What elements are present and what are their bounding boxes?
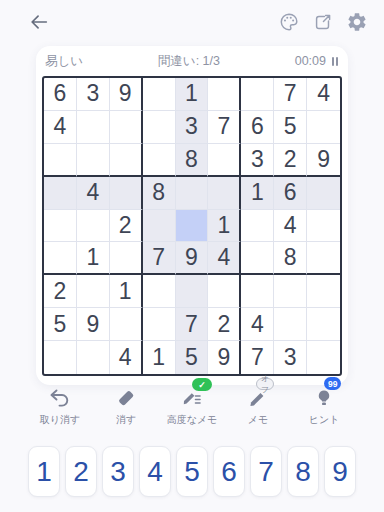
cell-r7c3[interactable]: 1 <box>110 275 143 308</box>
cell-r3c7[interactable]: 3 <box>241 144 274 177</box>
cell-r8c1[interactable]: 5 <box>44 308 77 341</box>
cell-r1c9[interactable]: 4 <box>307 78 340 111</box>
top-right-icons <box>278 11 368 33</box>
cell-r8c7[interactable]: 4 <box>241 308 274 341</box>
numpad-2-button[interactable]: 2 <box>65 446 97 497</box>
cell-r5c3[interactable]: 2 <box>110 210 143 243</box>
timer: 00:09 <box>295 54 326 68</box>
cell-r9c3[interactable]: 4 <box>110 341 143 374</box>
cell-r2c7[interactable]: 6 <box>241 111 274 144</box>
palette-icon[interactable] <box>278 11 300 33</box>
numpad-1-button[interactable]: 1 <box>28 446 60 497</box>
cell-r3c2[interactable] <box>77 144 110 177</box>
back-arrow-icon[interactable] <box>28 11 50 33</box>
cell-r7c4[interactable] <box>143 275 176 308</box>
erase-label: 消す <box>116 413 136 427</box>
notes-button[interactable]: オフ メモ <box>226 386 290 427</box>
notes-off-badge: オフ <box>256 378 274 390</box>
difficulty-label: 易しい <box>45 53 83 70</box>
cell-r2c6[interactable]: 7 <box>208 111 241 144</box>
cell-r2c1[interactable]: 4 <box>44 111 77 144</box>
numpad-8-button[interactable]: 8 <box>287 446 319 497</box>
cell-r2c2[interactable] <box>77 111 110 144</box>
cell-r5c4[interactable] <box>143 210 176 243</box>
advanced-notes-button[interactable]: ✓ 高度なメモ <box>160 386 224 427</box>
cell-r5c8[interactable]: 4 <box>274 210 307 243</box>
notes-label: メモ <box>248 413 268 427</box>
cell-r1c3[interactable]: 9 <box>110 78 143 111</box>
cell-r6c8[interactable]: 8 <box>274 242 307 275</box>
advanced-notes-label: 高度なメモ <box>167 413 218 427</box>
cell-r9c2[interactable] <box>77 341 110 374</box>
top-bar <box>0 0 384 46</box>
cell-r7c9[interactable] <box>307 275 340 308</box>
mistakes-counter: 間違い: 1/3 <box>158 53 220 70</box>
cell-r8c8[interactable] <box>274 308 307 341</box>
advanced-notes-on-badge: ✓ <box>192 378 212 391</box>
cell-r9c1[interactable] <box>44 341 77 374</box>
cell-r5c7[interactable] <box>241 210 274 243</box>
cell-r5c9[interactable] <box>307 210 340 243</box>
cell-r3c5[interactable]: 8 <box>176 144 209 177</box>
cell-r5c1[interactable] <box>44 210 77 243</box>
cell-r4c8[interactable]: 6 <box>274 177 307 210</box>
settings-gear-icon[interactable] <box>346 11 368 33</box>
cell-r1c4[interactable] <box>143 78 176 111</box>
cell-r5c6[interactable]: 1 <box>208 210 241 243</box>
undo-button[interactable]: 取り消す <box>28 386 92 427</box>
cell-r5c5[interactable] <box>176 210 209 243</box>
cell-r4c9[interactable] <box>307 177 340 210</box>
cell-r9c7[interactable]: 7 <box>241 341 274 374</box>
cell-r9c8[interactable]: 3 <box>274 341 307 374</box>
cell-r1c2[interactable]: 3 <box>77 78 110 111</box>
cell-r6c7[interactable] <box>241 242 274 275</box>
toolbar: 取り消す 消す ✓ 高度なメモ オフ メモ <box>28 386 356 427</box>
number-pad: 123456789 <box>0 446 384 497</box>
cell-r1c6[interactable] <box>208 78 241 111</box>
cell-r7c5[interactable] <box>176 275 209 308</box>
cell-r1c1[interactable]: 6 <box>44 78 77 111</box>
cell-r6c2[interactable]: 1 <box>77 242 110 275</box>
cell-r6c4[interactable]: 7 <box>143 242 176 275</box>
hint-label: ヒント <box>309 413 340 427</box>
cell-r3c3[interactable] <box>110 144 143 177</box>
cell-r1c5[interactable]: 1 <box>176 78 209 111</box>
cell-r6c5[interactable]: 9 <box>176 242 209 275</box>
numpad-9-button[interactable]: 9 <box>324 446 356 497</box>
cell-r2c3[interactable] <box>110 111 143 144</box>
cell-r7c1[interactable]: 2 <box>44 275 77 308</box>
sudoku-grid: 6391744376583294816214179482159724415973 <box>42 76 342 376</box>
cell-r4c3[interactable] <box>110 177 143 210</box>
cell-r9c5[interactable]: 5 <box>176 341 209 374</box>
cell-r1c7[interactable] <box>241 78 274 111</box>
cell-r9c4[interactable]: 1 <box>143 341 176 374</box>
erase-button[interactable]: 消す <box>94 386 158 427</box>
cell-r7c2[interactable] <box>77 275 110 308</box>
cell-r3c9[interactable]: 9 <box>307 144 340 177</box>
cell-r3c1[interactable] <box>44 144 77 177</box>
cell-r8c9[interactable] <box>307 308 340 341</box>
cell-r4c7[interactable]: 1 <box>241 177 274 210</box>
undo-label: 取り消す <box>40 413 80 427</box>
hint-count-badge: 99 <box>324 377 341 390</box>
cell-r6c9[interactable] <box>307 242 340 275</box>
cell-r3c4[interactable] <box>143 144 176 177</box>
cell-r4c5[interactable] <box>176 177 209 210</box>
cell-r8c5[interactable]: 7 <box>176 308 209 341</box>
cell-r4c1[interactable] <box>44 177 77 210</box>
board-card: 易しい 間違い: 1/3 00:09 639174437658329481621… <box>36 46 348 385</box>
external-link-icon[interactable] <box>312 11 334 33</box>
cell-r7c8[interactable] <box>274 275 307 308</box>
numpad-3-button[interactable]: 3 <box>102 446 134 497</box>
cell-r3c8[interactable]: 2 <box>274 144 307 177</box>
cell-r5c2[interactable] <box>77 210 110 243</box>
cell-r2c5[interactable]: 3 <box>176 111 209 144</box>
cell-r6c6[interactable]: 4 <box>208 242 241 275</box>
cell-r2c9[interactable] <box>307 111 340 144</box>
cell-r1c8[interactable]: 7 <box>274 78 307 111</box>
cell-r7c7[interactable] <box>241 275 274 308</box>
cell-r4c4[interactable]: 8 <box>143 177 176 210</box>
eraser-icon <box>114 386 138 410</box>
numpad-4-button[interactable]: 4 <box>139 446 171 497</box>
numpad-6-button[interactable]: 6 <box>213 446 245 497</box>
cell-r4c2[interactable]: 4 <box>77 177 110 210</box>
cell-r8c4[interactable] <box>143 308 176 341</box>
cell-r2c8[interactable]: 5 <box>274 111 307 144</box>
cell-r7c6[interactable] <box>208 275 241 308</box>
cell-r8c3[interactable] <box>110 308 143 341</box>
cell-r6c3[interactable] <box>110 242 143 275</box>
cell-r8c2[interactable]: 9 <box>77 308 110 341</box>
cell-r2c4[interactable] <box>143 111 176 144</box>
hint-button[interactable]: 99 ヒント <box>292 386 356 427</box>
status-bar: 易しい 間違い: 1/3 00:09 <box>36 46 348 76</box>
cell-r9c6[interactable]: 9 <box>208 341 241 374</box>
cell-r4c6[interactable] <box>208 177 241 210</box>
cell-r8c6[interactable]: 2 <box>208 308 241 341</box>
cell-r9c9[interactable] <box>307 341 340 374</box>
numpad-5-button[interactable]: 5 <box>176 446 208 497</box>
pause-button[interactable] <box>331 56 339 67</box>
undo-icon <box>48 386 72 410</box>
cell-r6c1[interactable] <box>44 242 77 275</box>
cell-r3c6[interactable] <box>208 144 241 177</box>
numpad-7-button[interactable]: 7 <box>250 446 282 497</box>
